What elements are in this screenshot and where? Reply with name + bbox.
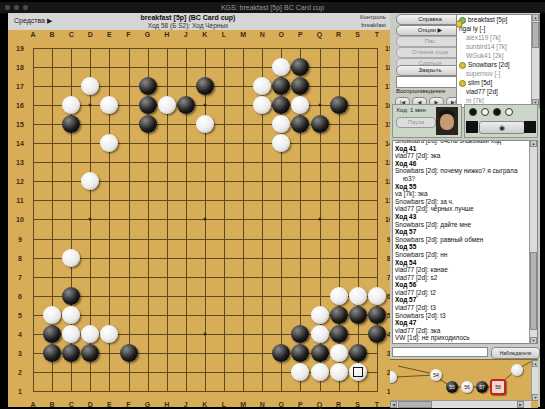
bottom-letter: T bbox=[375, 400, 379, 407]
bottom-letter: P bbox=[298, 400, 303, 407]
top-letter: M bbox=[240, 31, 246, 38]
top-letter: T bbox=[375, 31, 379, 38]
go-stone-white-R3 bbox=[330, 344, 348, 362]
go-stone-white-E16 bbox=[100, 96, 118, 114]
userlist-scrollbar[interactable]: ▲ ▼ bbox=[531, 14, 539, 106]
tree-hscrollbar[interactable]: ◀ ▶ bbox=[390, 400, 531, 408]
go-stone-white-B5 bbox=[43, 306, 61, 324]
top-letter: C bbox=[69, 31, 74, 38]
star-point bbox=[318, 104, 321, 107]
chat-message: va [7k]: эка bbox=[393, 190, 537, 198]
chat-message: Snowbars [2d]: t3 bbox=[393, 312, 537, 320]
left-number: 11 bbox=[16, 197, 23, 204]
go-board[interactable]: AABBCCDDEEFFGGHHJJKKLLMMNNOOPPQQRRSSTT11… bbox=[8, 30, 390, 407]
speaker-button[interactable]: ◉ bbox=[479, 121, 525, 134]
go-stone-white-K15 bbox=[196, 115, 214, 133]
chat-message: Snowbars [2d]: почему нижко? я сыграла ю… bbox=[393, 167, 537, 182]
go-stone-white-Q4 bbox=[311, 325, 329, 343]
go-stone-white-C8 bbox=[62, 249, 80, 267]
go-stone-black-R5 bbox=[330, 306, 348, 324]
go-stone-white-D4 bbox=[81, 325, 99, 343]
user-list-item[interactable]: breakfast [5p] bbox=[457, 15, 539, 24]
star-point bbox=[203, 104, 206, 107]
tree-vscrollbar[interactable]: ▲ ▼ bbox=[531, 360, 538, 401]
bottom-letter: G bbox=[145, 400, 150, 407]
user-name: supernov [-] bbox=[466, 70, 500, 77]
window-close-icon[interactable] bbox=[5, 5, 10, 10]
go-stone-white-O18 bbox=[272, 58, 290, 76]
user-name: WGuk41 [2k] bbox=[466, 52, 504, 59]
top-letter: L bbox=[222, 31, 226, 38]
bottom-letter: J bbox=[184, 400, 188, 407]
go-stone-black-D3 bbox=[81, 344, 99, 362]
bottom-letter: H bbox=[164, 400, 169, 407]
left-number: 6 bbox=[18, 292, 22, 299]
star-icon bbox=[456, 21, 463, 28]
bottom-letter: B bbox=[50, 400, 55, 407]
go-stone-black-Q15 bbox=[311, 115, 329, 133]
go-stone-black-Q3 bbox=[311, 344, 329, 362]
chat-message: VW [1d]: не приходилось bbox=[393, 334, 537, 342]
top-letter: D bbox=[88, 31, 93, 38]
left-number: 3 bbox=[18, 349, 22, 356]
user-list-item[interactable]: slim [5d] bbox=[457, 78, 539, 87]
left-number: 8 bbox=[18, 254, 22, 261]
bottom-letter: O bbox=[279, 400, 284, 407]
grid-line bbox=[33, 296, 378, 297]
user-name: m [7k] bbox=[466, 97, 484, 104]
user-list-item[interactable]: alex119 [7k] bbox=[457, 33, 539, 42]
no-icon bbox=[459, 54, 464, 59]
left-number: 12 bbox=[16, 178, 24, 185]
dot-icon bbox=[459, 62, 466, 69]
pass-button: Пас bbox=[396, 36, 464, 47]
go-stone-black-G16 bbox=[139, 96, 157, 114]
user-list-item[interactable]: supernov [-] bbox=[457, 69, 539, 78]
chat-message: Snowbars [2d]: дайте мне bbox=[393, 221, 537, 229]
top-letter: R bbox=[336, 31, 341, 38]
top-letter: H bbox=[164, 31, 169, 38]
go-stone-black-J16 bbox=[177, 96, 195, 114]
bottom-letter: Q bbox=[317, 400, 322, 407]
white-stone-icon bbox=[505, 108, 513, 116]
go-stone-black-P3 bbox=[291, 344, 309, 362]
left-number: 2 bbox=[18, 368, 22, 375]
go-stone-black-G15 bbox=[139, 115, 157, 133]
bottom-letter: C bbox=[69, 400, 74, 407]
go-stone-black-B4 bbox=[43, 325, 61, 343]
top-letter: G bbox=[145, 31, 150, 38]
go-stone-black-G17 bbox=[139, 77, 157, 95]
left-number: 15 bbox=[16, 121, 24, 128]
left-number: 14 bbox=[16, 140, 24, 147]
chat-log: Snowbars [2d]: очень знакомый ходХод 41v… bbox=[392, 140, 538, 344]
chat-move-line: Ход 57 bbox=[393, 296, 537, 304]
user-name: slim [5d] bbox=[468, 79, 492, 86]
go-stone-white-P2 bbox=[291, 363, 309, 381]
tree-node[interactable]: 57 bbox=[476, 381, 488, 393]
user-name: vlad77 [2d] bbox=[466, 88, 498, 95]
left-number: 9 bbox=[18, 235, 22, 242]
grid-line bbox=[243, 48, 244, 392]
star-point bbox=[318, 218, 321, 221]
control-label: Контроль bbox=[360, 14, 386, 22]
left-number: 1 bbox=[18, 387, 22, 394]
chat-message: vlad77 [2d]: эка bbox=[393, 152, 537, 160]
chat-move-line: Ход 43 bbox=[393, 213, 537, 221]
go-stone-white-R6 bbox=[330, 287, 348, 305]
left-number: 18 bbox=[16, 64, 24, 71]
top-letter: Q bbox=[317, 31, 322, 38]
go-stone-black-C6 bbox=[62, 287, 80, 305]
user-list-item[interactable]: Snowbars [2d] bbox=[457, 60, 539, 69]
tree-node[interactable] bbox=[511, 364, 523, 376]
chat-move-line: Ход 47 bbox=[393, 319, 537, 327]
grid-line bbox=[224, 48, 225, 392]
go-stone-white-P16 bbox=[291, 96, 309, 114]
side-panel: СправкаОпции ▶ПасОтмена ходаСдатьсяЗакры… bbox=[390, 13, 540, 407]
chat-message: vlad77 [2d]: t3 bbox=[393, 304, 537, 312]
go-stone-white-R2 bbox=[330, 363, 348, 381]
star-point bbox=[203, 332, 206, 335]
chat-input[interactable] bbox=[392, 347, 488, 357]
bottom-letter: N bbox=[260, 400, 265, 407]
tree-node[interactable]: 54 bbox=[430, 369, 442, 381]
top-letter: B bbox=[50, 31, 55, 38]
dot-icon bbox=[459, 80, 466, 87]
go-stone-white-N16 bbox=[253, 96, 271, 114]
no-icon bbox=[459, 45, 464, 50]
tree-node-current[interactable]: 58 bbox=[490, 379, 506, 395]
chat-message: vlad77 [2d]: чёрных лучше bbox=[393, 205, 537, 213]
star-point bbox=[89, 104, 92, 107]
go-stone-black-P18 bbox=[291, 58, 309, 76]
go-stone-black-O3 bbox=[272, 344, 290, 362]
left-number: 4 bbox=[18, 330, 22, 337]
bottom-letter: M bbox=[240, 400, 246, 407]
bottom-letter: S bbox=[355, 400, 360, 407]
user-name: Snowbars [2d] bbox=[468, 61, 510, 68]
go-stone-black-O16 bbox=[272, 96, 290, 114]
grid-line bbox=[358, 48, 359, 392]
go-stone-white-S6 bbox=[349, 287, 367, 305]
window-titlebar[interactable]: KGS: breakfast [5p] BC Card cup bbox=[0, 2, 545, 13]
tool-input[interactable] bbox=[396, 76, 460, 88]
star-point bbox=[89, 218, 92, 221]
observer-list[interactable]: breakfast [5p]ngai ly [-]alex119 [7k]sun… bbox=[456, 14, 540, 108]
top-letter: P bbox=[298, 31, 303, 38]
chat-move-line: Ход 55 bbox=[393, 183, 537, 191]
go-stone-white-Q5 bbox=[311, 306, 329, 324]
grid-line bbox=[33, 277, 378, 278]
black-stone-icon bbox=[469, 108, 477, 116]
left-number: 19 bbox=[16, 45, 24, 52]
go-stone-white-H16 bbox=[158, 96, 176, 114]
top-letter: F bbox=[126, 31, 130, 38]
go-stone-white-C4 bbox=[62, 325, 80, 343]
top-letter: J bbox=[184, 31, 188, 38]
bottom-letter: F bbox=[126, 400, 130, 407]
undo-button: Отмена хода bbox=[396, 47, 464, 58]
go-stone-black-O17 bbox=[272, 77, 290, 95]
go-stone-white-T6 bbox=[368, 287, 386, 305]
no-icon bbox=[459, 72, 464, 77]
top-letter: O bbox=[279, 31, 284, 38]
go-stone-white-D12 bbox=[81, 172, 99, 190]
window-control-icons[interactable] bbox=[5, 5, 28, 10]
go-stone-black-C3 bbox=[62, 344, 80, 362]
audio-widget: Ход: 1 мин Пауза bbox=[392, 104, 462, 138]
bottom-letter: R bbox=[336, 400, 341, 407]
last-move-marker bbox=[353, 367, 363, 377]
tree-node[interactable]: 56 bbox=[461, 381, 473, 393]
go-stone-white-S2 bbox=[349, 363, 367, 381]
go-stone-white-C16 bbox=[62, 96, 80, 114]
chat-message: vlad77 [2d]: t2 bbox=[393, 289, 537, 297]
window-zoom-icon[interactable] bbox=[23, 5, 28, 10]
move-tree[interactable]: ▲ ▼ ◀ ▶ 5455565758 bbox=[390, 359, 538, 408]
chat-message: Snowbars [2d]: за ч. bbox=[393, 198, 537, 206]
window-minimize-icon[interactable] bbox=[14, 5, 19, 10]
pause-button[interactable]: Пауза bbox=[396, 117, 436, 128]
kgs-game-window: KGS: breakfast [5p] BC Card cup Средства… bbox=[0, 0, 545, 409]
no-icon bbox=[459, 36, 464, 41]
left-number: 17 bbox=[16, 83, 24, 90]
bottom-letter: K bbox=[202, 400, 207, 407]
grid-line bbox=[33, 391, 378, 392]
chat-move-line: Ход 46 bbox=[393, 160, 537, 168]
chat-message: vlad77 [2d]: эка bbox=[393, 327, 537, 335]
go-stone-white-N17 bbox=[253, 77, 271, 95]
black-stone-icon bbox=[493, 108, 501, 116]
chat-message: vlad77 [2d]: может s4 bbox=[393, 342, 537, 344]
user-list-item[interactable]: sunbird14 [7k] bbox=[457, 42, 539, 51]
go-stone-black-P15 bbox=[291, 115, 309, 133]
user-name: breakfast [5p] bbox=[468, 16, 507, 23]
user-name: ngai ly [-] bbox=[459, 25, 485, 32]
left-number: 10 bbox=[16, 216, 24, 223]
bottom-letter: A bbox=[30, 400, 35, 407]
chat-message: Snowbars [2d]: равный обмен bbox=[393, 236, 537, 244]
top-letter: A bbox=[30, 31, 35, 38]
go-stone-black-S3 bbox=[349, 344, 367, 362]
tools-menu[interactable]: Средства ▶ bbox=[14, 17, 52, 25]
avatar bbox=[436, 107, 458, 135]
chat-move-line: Ход 54 bbox=[393, 259, 537, 267]
stone-icons bbox=[469, 108, 513, 116]
go-stone-white-D17 bbox=[81, 77, 99, 95]
go-stone-white-Q2 bbox=[311, 363, 329, 381]
left-number: 7 bbox=[18, 273, 22, 280]
go-stone-black-P4 bbox=[291, 325, 309, 343]
go-stone-black-T4 bbox=[368, 325, 386, 343]
go-stone-white-E4 bbox=[100, 325, 118, 343]
go-stone-black-C15 bbox=[62, 115, 80, 133]
user-list-item[interactable]: WGuk41 [2k] bbox=[457, 51, 539, 60]
volume-widget: ◉ bbox=[464, 104, 538, 138]
options-button[interactable]: Опции ▶ bbox=[396, 25, 464, 36]
help-button[interactable]: Справка bbox=[396, 14, 464, 25]
go-stone-black-R16 bbox=[330, 96, 348, 114]
game-title: breakfast [5p] (BC Card cup) bbox=[68, 14, 308, 22]
left-number: 13 bbox=[16, 159, 24, 166]
tree-node[interactable]: 55 bbox=[446, 381, 458, 393]
chat-message: Snowbars [2d]: нн bbox=[393, 251, 537, 259]
bottom-letter: E bbox=[107, 400, 112, 407]
chat-message: vlad77 [2d]: s2 bbox=[393, 274, 537, 282]
user-list-item[interactable]: ngai ly [-] bbox=[457, 24, 539, 33]
left-number: 5 bbox=[18, 311, 22, 318]
top-letter: K bbox=[202, 31, 207, 38]
go-stone-black-T5 bbox=[368, 306, 386, 324]
close-button[interactable]: Закрыть bbox=[396, 65, 464, 76]
audio-status: Ход: 1 мин bbox=[396, 107, 426, 113]
white-stone-icon bbox=[481, 108, 489, 116]
go-stone-black-R4 bbox=[330, 325, 348, 343]
chat-scrollbar[interactable]: ▲ ▼ bbox=[529, 140, 537, 344]
top-letter: N bbox=[260, 31, 265, 38]
user-name: alex119 [7k] bbox=[466, 34, 501, 41]
go-stone-black-F3 bbox=[120, 344, 138, 362]
go-stone-white-E14 bbox=[100, 134, 118, 152]
chat-move-line: Ход 57 bbox=[393, 228, 537, 236]
playback-label: Воспроизведение bbox=[396, 88, 446, 94]
bottom-letter: D bbox=[88, 400, 93, 407]
bottom-letter: L bbox=[222, 400, 226, 407]
go-stone-white-O14 bbox=[272, 134, 290, 152]
window-title: KGS: breakfast [5p] BC Card cup bbox=[221, 4, 324, 11]
go-stone-white-C5 bbox=[62, 306, 80, 324]
no-icon bbox=[459, 90, 464, 95]
star-point bbox=[203, 218, 206, 221]
top-letter: E bbox=[107, 31, 112, 38]
go-stone-black-K17 bbox=[196, 77, 214, 95]
chat-move-line: Ход 41 bbox=[393, 145, 537, 153]
grid-line bbox=[33, 258, 378, 259]
user-name: sunbird14 [7k] bbox=[466, 43, 507, 50]
control-user: breakfast bbox=[360, 22, 386, 30]
go-stone-black-B3 bbox=[43, 344, 61, 362]
go-stone-black-S5 bbox=[349, 306, 367, 324]
move-status: Ход 58 (Б S2): Ход Черных bbox=[68, 22, 308, 29]
chat-message: vlad77 [2d]: канае bbox=[393, 266, 537, 274]
chat-move-line: Ход 56 bbox=[393, 281, 537, 289]
chat-move-line: Ход 55 bbox=[393, 243, 537, 251]
grid-line bbox=[33, 239, 378, 240]
left-number: 16 bbox=[16, 102, 24, 109]
go-stone-black-P17 bbox=[291, 77, 309, 95]
top-letter: S bbox=[355, 31, 360, 38]
go-stone-white-O15 bbox=[272, 115, 290, 133]
game-header: Средства ▶ breakfast [5p] (BC Card cup) … bbox=[8, 13, 390, 31]
observers-button[interactable]: Наблюдатели bbox=[491, 347, 540, 359]
user-list-item[interactable]: vlad77 [2d] bbox=[457, 87, 539, 96]
